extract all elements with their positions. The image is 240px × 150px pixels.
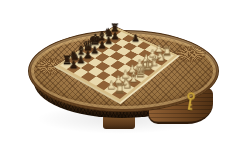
- board: ♜♞♝♛♚♝♞♜♟♟♟♟♟♟♟♟♟♟♟♟♟♟♟♟♜♞♝♛♚♝♞♜: [60, 29, 174, 99]
- black-pawn: ♟: [132, 34, 141, 44]
- black-pawn: ♟: [70, 60, 79, 70]
- board-tilt: ♜♞♝♛♚♝♞♜♟♟♟♟♟♟♟♟♟♟♟♟♟♟♟♟♜♞♝♛♚♝♞♜: [54, 26, 181, 105]
- board-scene: ♜♞♝♛♚♝♞♜♟♟♟♟♟♟♟♟♟♟♟♟♟♟♟♟♜♞♝♛♚♝♞♜: [0, 0, 240, 150]
- board-frame: ♜♞♝♛♚♝♞♜♟♟♟♟♟♟♟♟♟♟♟♟♟♟♟♟♜♞♝♛♚♝♞♜: [54, 26, 181, 105]
- square-a1: ♜: [112, 89, 127, 99]
- white-rook: ♜: [114, 83, 125, 95]
- square-d5: [103, 57, 117, 66]
